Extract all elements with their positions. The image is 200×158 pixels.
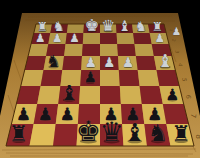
square-d5[interactable]: [100, 70, 120, 86]
square-f8[interactable]: [53, 124, 78, 146]
square-b2[interactable]: [133, 33, 152, 44]
piece-white-p-a2[interactable]: ♟: [155, 31, 165, 45]
piece-black-n-b8[interactable]: ♞: [148, 119, 169, 147]
piece-black-p-g7[interactable]: ♟: [38, 104, 54, 124]
square-g6[interactable]: [37, 86, 60, 104]
square-f3[interactable]: [64, 44, 83, 56]
square-c2[interactable]: [117, 33, 135, 44]
square-c6[interactable]: [120, 86, 142, 104]
piece-white-p-g2[interactable]: ♟: [52, 31, 62, 45]
piece-white-p-c4[interactable]: ♟: [122, 54, 134, 70]
piece-white-p-d4[interactable]: ♟: [103, 54, 115, 70]
piece-white-n-b1[interactable]: ♞: [135, 18, 147, 34]
piece-black-b-f6[interactable]: ♝: [60, 81, 79, 105]
square-e6[interactable]: [79, 86, 100, 104]
piece-black-b-c8[interactable]: ♝: [124, 118, 146, 147]
piece-white-k-e1[interactable]: ♚: [84, 16, 99, 35]
piece-black-k-e8[interactable]: ♚: [76, 115, 101, 148]
square-f4[interactable]: [62, 56, 82, 70]
piece-white-q-d1[interactable]: ♛: [101, 17, 115, 35]
piece-black-p-e5[interactable]: ♟: [84, 68, 97, 85]
square-c5[interactable]: [119, 70, 140, 86]
piece-white-p-f2[interactable]: ♟: [69, 31, 79, 45]
piece-black-r-a8[interactable]: ♜: [171, 121, 190, 146]
piece-white-b-a4[interactable]: ♝: [157, 51, 173, 71]
chess-scene: 12345678♜♞♝♛♚♞♜♟♟♟♟♝♟♟♟♞♟♟♝♟♟♟♟♟♟♜♞♝♛♚♜♟: [0, 0, 200, 158]
piece-black-r-h8[interactable]: ♜: [9, 121, 28, 146]
square-g8[interactable]: [30, 124, 56, 146]
square-b3[interactable]: [135, 44, 154, 56]
square-d6[interactable]: [100, 86, 121, 104]
captured-white-pawn: ♟: [172, 25, 181, 37]
square-b6[interactable]: [140, 86, 163, 104]
piece-black-q-d8[interactable]: ♛: [100, 116, 124, 147]
piece-white-b-c1[interactable]: ♝: [118, 18, 131, 34]
piece-black-p-a6[interactable]: ♟: [165, 85, 179, 104]
piece-white-p-h2[interactable]: ♟: [35, 31, 45, 45]
square-b5[interactable]: [138, 70, 160, 86]
piece-black-p-f7[interactable]: ♟: [59, 104, 75, 124]
square-b4[interactable]: [136, 56, 157, 70]
chess-board-3d: 12345678♜♞♝♛♚♞♜♟♟♟♟♝♟♟♟♞♟♟♝♟♟♟♟♟♟♜♞♝♛♚♜♟: [0, 0, 200, 158]
piece-black-n-g4[interactable]: ♞: [46, 51, 61, 71]
